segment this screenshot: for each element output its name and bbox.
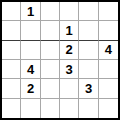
clue-cell-r5c5[interactable]: 3 [79,79,98,98]
cell-r6c2[interactable] [21,99,40,118]
clue-cell-r4c2[interactable]: 4 [21,60,40,79]
clue-cell-r1c2[interactable]: 1 [21,2,40,21]
cell-r1c5[interactable] [79,2,98,21]
cell-r2c6[interactable] [99,21,118,40]
puzzle-board: 11244323 [0,0,120,120]
cell-r4c1[interactable] [2,60,21,79]
cell-r3c5[interactable] [79,41,98,60]
cell-r3c2[interactable] [21,41,40,60]
cell-r2c3[interactable] [41,21,60,40]
cell-r1c4[interactable] [60,2,79,21]
clue-cell-r3c6[interactable]: 4 [99,41,118,60]
cell-r1c1[interactable] [2,2,21,21]
cell-r1c3[interactable] [41,2,60,21]
cell-r2c2[interactable] [21,21,40,40]
clue-cell-r3c4[interactable]: 2 [60,41,79,60]
cell-r6c4[interactable] [60,99,79,118]
clue-cell-r4c4[interactable]: 3 [60,60,79,79]
cell-r3c3[interactable] [41,41,60,60]
cell-r4c6[interactable] [99,60,118,79]
cell-r2c5[interactable] [79,21,98,40]
cell-r6c5[interactable] [79,99,98,118]
cell-r5c3[interactable] [41,79,60,98]
cell-r6c1[interactable] [2,99,21,118]
cell-r6c3[interactable] [41,99,60,118]
cell-r2c1[interactable] [2,21,21,40]
cell-r6c6[interactable] [99,99,118,118]
cell-r1c6[interactable] [99,2,118,21]
cell-r5c6[interactable] [99,79,118,98]
cell-r5c1[interactable] [2,79,21,98]
cell-r5c4[interactable] [60,79,79,98]
cell-r4c5[interactable] [79,60,98,79]
clue-cell-r2c4[interactable]: 1 [60,21,79,40]
cell-r4c3[interactable] [41,60,60,79]
clue-cell-r5c2[interactable]: 2 [21,79,40,98]
cell-r3c1[interactable] [2,41,21,60]
